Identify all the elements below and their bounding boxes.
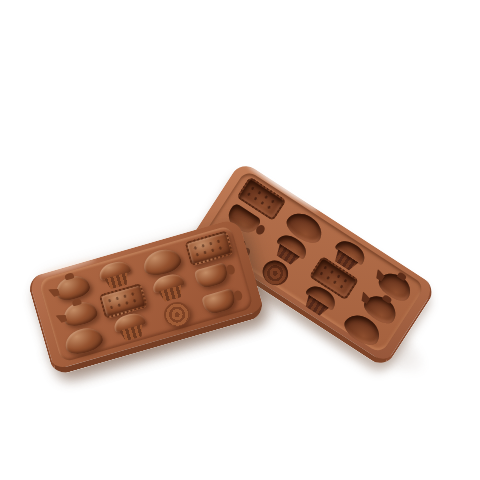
bump-cupcake <box>151 271 189 304</box>
product-photo <box>0 0 480 480</box>
chocolate-mold-flipped-bumps-up <box>26 218 266 377</box>
bump-teacup <box>194 261 230 289</box>
bump-teapot <box>60 298 99 329</box>
